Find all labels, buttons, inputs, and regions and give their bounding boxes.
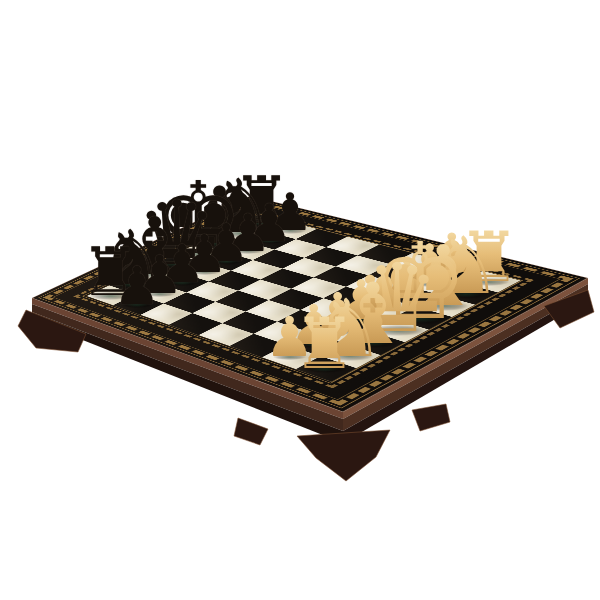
pieces-layer: ♜♞♝♛♚♝♞♜♟♟♟♟♟♟♟♟♟♟♟♟♟♟♟♟♜♞♝♛♚♝♞♜: [0, 0, 600, 600]
chess-set-photo: ♜♞♝♛♚♝♞♜♟♟♟♟♟♟♟♟♟♟♟♟♟♟♟♟♜♞♝♛♚♝♞♜: [0, 0, 600, 600]
piece-black-pawn-a7: ♟: [111, 260, 164, 313]
piece-white-rook-a1: ♜: [289, 309, 360, 380]
